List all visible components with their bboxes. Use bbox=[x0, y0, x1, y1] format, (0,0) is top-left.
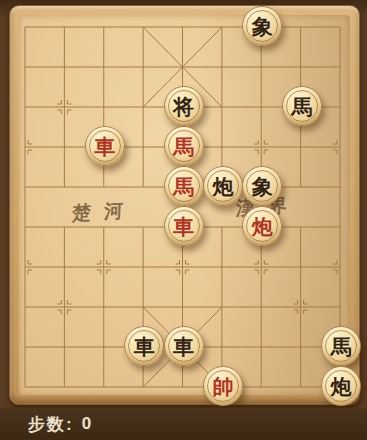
piece-black-cannon[interactable]: 炮 bbox=[203, 166, 243, 206]
piece-black-elephant[interactable]: 象 bbox=[242, 6, 282, 46]
app-window: 楚河 漢界 象将馬車馬馬炮象車炮車車馬帥炮 步数: 0 bbox=[0, 0, 367, 440]
piece-glyph: 帥 bbox=[212, 376, 233, 397]
piece-black-horse[interactable]: 馬 bbox=[321, 326, 361, 366]
piece-glyph: 馬 bbox=[173, 136, 194, 157]
piece-glyph: 馬 bbox=[173, 176, 194, 197]
piece-glyph: 車 bbox=[134, 336, 155, 357]
piece-glyph: 車 bbox=[94, 136, 115, 157]
piece-black-chariot[interactable]: 車 bbox=[164, 326, 204, 366]
piece-glyph: 車 bbox=[173, 216, 194, 237]
piece-red-horse[interactable]: 馬 bbox=[164, 166, 204, 206]
piece-glyph: 馬 bbox=[291, 96, 312, 117]
piece-red-chariot[interactable]: 車 bbox=[164, 206, 204, 246]
piece-glyph: 馬 bbox=[331, 336, 352, 357]
piece-glyph: 炮 bbox=[212, 176, 233, 197]
piece-black-horse[interactable]: 馬 bbox=[282, 86, 322, 126]
piece-glyph: 炮 bbox=[331, 376, 352, 397]
move-counter-value: 0 bbox=[82, 414, 91, 434]
piece-red-chariot[interactable]: 車 bbox=[85, 126, 125, 166]
piece-black-general[interactable]: 将 bbox=[164, 86, 204, 126]
piece-red-cannon[interactable]: 炮 bbox=[242, 206, 282, 246]
status-bar: 步数: 0 bbox=[0, 408, 367, 440]
piece-black-elephant[interactable]: 象 bbox=[242, 166, 282, 206]
piece-glyph: 将 bbox=[173, 96, 194, 117]
move-counter-label: 步数: bbox=[28, 413, 74, 436]
pieces-layer: 象将馬車馬馬炮象車炮車車馬帥炮 bbox=[0, 0, 367, 440]
piece-glyph: 炮 bbox=[252, 216, 273, 237]
piece-red-horse[interactable]: 馬 bbox=[164, 126, 204, 166]
piece-black-chariot[interactable]: 車 bbox=[124, 326, 164, 366]
piece-black-cannon[interactable]: 炮 bbox=[321, 366, 361, 406]
piece-glyph: 象 bbox=[252, 16, 273, 37]
piece-glyph: 車 bbox=[173, 336, 194, 357]
piece-glyph: 象 bbox=[252, 176, 273, 197]
piece-red-general[interactable]: 帥 bbox=[203, 366, 243, 406]
